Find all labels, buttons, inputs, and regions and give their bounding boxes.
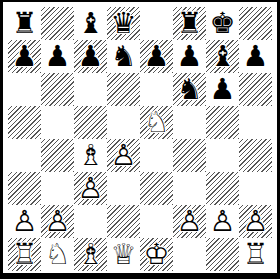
- piece-outline-layer: ♘: [41, 238, 74, 271]
- piece-outline-layer: ♙: [8, 205, 41, 238]
- square-h1: ♜♖: [239, 238, 272, 271]
- square-h8: [239, 7, 272, 40]
- square-h5: [239, 106, 272, 139]
- black-rook-piece: ♜♜: [173, 7, 206, 40]
- square-a3: [8, 172, 41, 205]
- square-a7: ♟♟: [8, 40, 41, 73]
- piece-outline-layer: ♔: [140, 238, 173, 271]
- square-b4: [41, 139, 74, 172]
- square-g6: ♟♟: [206, 73, 239, 106]
- black-pawn-piece: ♟♟: [206, 73, 239, 106]
- piece-outline-layer: ♝: [74, 7, 107, 40]
- square-h2: ♟♙: [239, 205, 272, 238]
- square-d8: ♛♛: [107, 7, 140, 40]
- square-b6: [41, 73, 74, 106]
- square-d1: ♛♕: [107, 238, 140, 271]
- square-e4: [140, 139, 173, 172]
- piece-outline-layer: ♙: [107, 139, 140, 172]
- piece-outline-layer: ♖: [239, 238, 272, 271]
- square-c7: ♟♟: [74, 40, 107, 73]
- black-bishop-piece: ♝♝: [74, 7, 107, 40]
- square-g3: [206, 172, 239, 205]
- piece-outline-layer: ♙: [239, 205, 272, 238]
- square-c1: ♝♗: [74, 238, 107, 271]
- black-pawn-piece: ♟♟: [8, 40, 41, 73]
- square-d6: [107, 73, 140, 106]
- square-h7: ♟♟: [239, 40, 272, 73]
- square-d5: [107, 106, 140, 139]
- square-c3: ♟♙: [74, 172, 107, 205]
- square-b2: ♟♙: [41, 205, 74, 238]
- square-f5: [173, 106, 206, 139]
- square-e6: [140, 73, 173, 106]
- black-pawn-piece: ♟♟: [173, 40, 206, 73]
- white-bishop-piece: ♝♗: [74, 139, 107, 172]
- square-f6: ♞♞: [173, 73, 206, 106]
- square-h3: [239, 172, 272, 205]
- black-pawn-piece: ♟♟: [74, 40, 107, 73]
- square-b8: [41, 7, 74, 40]
- square-g8: ♚♚: [206, 7, 239, 40]
- square-f8: ♜♜: [173, 7, 206, 40]
- square-f2: ♟♙: [173, 205, 206, 238]
- piece-outline-layer: ♜: [8, 7, 41, 40]
- piece-outline-layer: ♙: [74, 172, 107, 205]
- piece-outline-layer: ♝: [206, 40, 239, 73]
- white-queen-piece: ♛♕: [107, 238, 140, 271]
- square-f1: [173, 238, 206, 271]
- square-a4: [8, 139, 41, 172]
- square-g1: [206, 238, 239, 271]
- white-knight-piece: ♞♘: [140, 106, 173, 139]
- piece-outline-layer: ♛: [107, 7, 140, 40]
- square-a1: ♜♖: [8, 238, 41, 271]
- white-knight-piece: ♞♘: [41, 238, 74, 271]
- piece-outline-layer: ♟: [41, 40, 74, 73]
- chess-board: ♜♜♝♝♛♛♜♜♚♚♟♟♟♟♟♟♞♞♟♟♟♟♝♝♟♟♞♞♟♟♞♘♝♗♟♙♟♙♟♙…: [8, 7, 272, 271]
- square-h6: [239, 73, 272, 106]
- square-b1: ♞♘: [41, 238, 74, 271]
- square-b3: [41, 172, 74, 205]
- white-pawn-piece: ♟♙: [173, 205, 206, 238]
- piece-outline-layer: ♗: [74, 139, 107, 172]
- square-d3: [107, 172, 140, 205]
- black-pawn-piece: ♟♟: [239, 40, 272, 73]
- square-c5: [74, 106, 107, 139]
- piece-outline-layer: ♟: [140, 40, 173, 73]
- piece-outline-layer: ♟: [206, 73, 239, 106]
- square-e8: [140, 7, 173, 40]
- square-d2: [107, 205, 140, 238]
- square-a5: [8, 106, 41, 139]
- black-bishop-piece: ♝♝: [206, 40, 239, 73]
- white-bishop-piece: ♝♗: [74, 238, 107, 271]
- piece-outline-layer: ♜: [173, 7, 206, 40]
- square-g7: ♝♝: [206, 40, 239, 73]
- white-pawn-piece: ♟♙: [206, 205, 239, 238]
- square-f7: ♟♟: [173, 40, 206, 73]
- square-g5: [206, 106, 239, 139]
- piece-outline-layer: ♙: [41, 205, 74, 238]
- square-c2: [74, 205, 107, 238]
- piece-outline-layer: ♙: [206, 205, 239, 238]
- square-e2: [140, 205, 173, 238]
- white-pawn-piece: ♟♙: [74, 172, 107, 205]
- piece-outline-layer: ♞: [173, 73, 206, 106]
- piece-outline-layer: ♗: [74, 238, 107, 271]
- square-e3: [140, 172, 173, 205]
- piece-outline-layer: ♕: [107, 238, 140, 271]
- square-a2: ♟♙: [8, 205, 41, 238]
- piece-outline-layer: ♚: [206, 7, 239, 40]
- chess-diagram-frame: ♜♜♝♝♛♛♜♜♚♚♟♟♟♟♟♟♞♞♟♟♟♟♝♝♟♟♞♞♟♟♞♘♝♗♟♙♟♙♟♙…: [0, 0, 280, 279]
- black-pawn-piece: ♟♟: [140, 40, 173, 73]
- square-d7: ♞♞: [107, 40, 140, 73]
- black-king-piece: ♚♚: [206, 7, 239, 40]
- piece-outline-layer: ♙: [173, 205, 206, 238]
- white-pawn-piece: ♟♙: [8, 205, 41, 238]
- white-pawn-piece: ♟♙: [107, 139, 140, 172]
- square-f3: [173, 172, 206, 205]
- square-f4: [173, 139, 206, 172]
- black-knight-piece: ♞♞: [173, 73, 206, 106]
- black-pawn-piece: ♟♟: [41, 40, 74, 73]
- black-queen-piece: ♛♛: [107, 7, 140, 40]
- white-pawn-piece: ♟♙: [239, 205, 272, 238]
- square-h4: [239, 139, 272, 172]
- square-e5: ♞♘: [140, 106, 173, 139]
- square-c4: ♝♗: [74, 139, 107, 172]
- black-rook-piece: ♜♜: [8, 7, 41, 40]
- piece-outline-layer: ♟: [74, 40, 107, 73]
- piece-outline-layer: ♟: [173, 40, 206, 73]
- square-c8: ♝♝: [74, 7, 107, 40]
- piece-outline-layer: ♟: [239, 40, 272, 73]
- piece-outline-layer: ♟: [8, 40, 41, 73]
- white-pawn-piece: ♟♙: [41, 205, 74, 238]
- square-b5: [41, 106, 74, 139]
- square-a6: [8, 73, 41, 106]
- square-e1: ♚♔: [140, 238, 173, 271]
- square-g2: ♟♙: [206, 205, 239, 238]
- square-b7: ♟♟: [41, 40, 74, 73]
- square-e7: ♟♟: [140, 40, 173, 73]
- piece-outline-layer: ♖: [8, 238, 41, 271]
- piece-outline-layer: ♘: [140, 106, 173, 139]
- white-rook-piece: ♜♖: [239, 238, 272, 271]
- white-king-piece: ♚♔: [140, 238, 173, 271]
- square-a8: ♜♜: [8, 7, 41, 40]
- square-c6: [74, 73, 107, 106]
- square-d4: ♟♙: [107, 139, 140, 172]
- black-knight-piece: ♞♞: [107, 40, 140, 73]
- square-g4: [206, 139, 239, 172]
- white-rook-piece: ♜♖: [8, 238, 41, 271]
- piece-outline-layer: ♞: [107, 40, 140, 73]
